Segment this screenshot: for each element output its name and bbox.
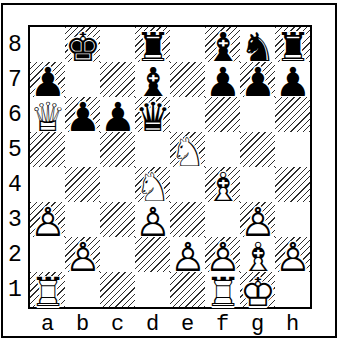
square-h8[interactable]: ♜♜ — [275, 27, 310, 62]
square-h6[interactable] — [275, 97, 310, 132]
piece-glyph: ♙ — [205, 237, 241, 277]
square-a8[interactable] — [30, 27, 65, 62]
piece-halo: ♚ — [240, 272, 276, 312]
square-g4[interactable] — [240, 167, 275, 202]
white-pawn-d3[interactable]: ♟♙ — [135, 202, 170, 237]
white-bishop-f4[interactable]: ♝♗ — [205, 167, 240, 202]
piece-halo: ♟ — [135, 202, 171, 242]
piece-halo: ♛ — [135, 97, 171, 137]
piece-halo: ♝ — [205, 167, 241, 207]
square-c7[interactable] — [100, 62, 135, 97]
square-a5[interactable] — [30, 132, 65, 167]
black-king-b8[interactable]: ♚♚ — [65, 27, 100, 62]
piece-glyph: ♙ — [170, 237, 206, 277]
piece-halo: ♟ — [205, 237, 241, 277]
chess-board: ♚♚♜♜♝♝♞♞♜♜♟♟♝♝♟♟♟♟♟♟♛♕♟♟♟♟♛♛♞♘♞♘♝♗♟♙♟♙♟♙… — [28, 25, 312, 309]
square-f7[interactable]: ♟♟ — [205, 62, 240, 97]
piece-glyph: ♝ — [135, 62, 171, 102]
square-e4[interactable] — [170, 167, 205, 202]
square-g3[interactable]: ♟♙ — [240, 202, 275, 237]
rank-label-2: 2 — [3, 237, 27, 272]
square-f3[interactable] — [205, 202, 240, 237]
black-rook-d8[interactable]: ♜♜ — [135, 27, 170, 62]
piece-halo: ♜ — [205, 272, 241, 312]
square-f8[interactable]: ♝♝ — [205, 27, 240, 62]
file-label-e: e — [170, 311, 205, 337]
piece-glyph: ♟ — [275, 62, 311, 102]
piece-halo: ♟ — [275, 237, 311, 277]
piece-halo: ♟ — [170, 237, 206, 277]
piece-glyph: ♙ — [30, 202, 66, 242]
piece-glyph: ♙ — [65, 237, 101, 277]
piece-glyph: ♜ — [275, 27, 311, 67]
square-e1[interactable] — [170, 272, 205, 307]
square-a3[interactable]: ♟♙ — [30, 202, 65, 237]
square-c2[interactable] — [100, 237, 135, 272]
square-d5[interactable] — [135, 132, 170, 167]
file-label-g: g — [240, 311, 275, 337]
square-b3[interactable] — [65, 202, 100, 237]
square-a1[interactable]: ♜♖ — [30, 272, 65, 307]
square-b5[interactable] — [65, 132, 100, 167]
piece-glyph: ♘ — [170, 132, 206, 172]
square-g8[interactable]: ♞♞ — [240, 27, 275, 62]
white-king-g1[interactable]: ♚♔ — [240, 272, 275, 307]
square-g2[interactable]: ♝♗ — [240, 237, 275, 272]
square-b4[interactable] — [65, 167, 100, 202]
square-h1[interactable] — [275, 272, 310, 307]
white-pawn-e2[interactable]: ♟♙ — [170, 237, 205, 272]
piece-halo: ♞ — [170, 132, 206, 172]
piece-glyph: ♖ — [205, 272, 241, 312]
piece-halo: ♞ — [135, 167, 171, 207]
square-c4[interactable] — [100, 167, 135, 202]
white-pawn-f2[interactable]: ♟♙ — [205, 237, 240, 272]
piece-glyph: ♙ — [240, 202, 276, 242]
piece-halo: ♟ — [100, 97, 136, 137]
rank-label-6: 6 — [3, 97, 27, 132]
white-rook-a1[interactable]: ♜♖ — [30, 272, 65, 307]
piece-glyph: ♝ — [205, 27, 241, 67]
piece-halo: ♜ — [275, 27, 311, 67]
square-b8[interactable]: ♚♚ — [65, 27, 100, 62]
square-e3[interactable] — [170, 202, 205, 237]
piece-halo: ♟ — [30, 202, 66, 242]
white-queen-a6[interactable]: ♛♕ — [30, 97, 65, 132]
black-queen-d6[interactable]: ♛♛ — [135, 97, 170, 132]
square-b7[interactable] — [65, 62, 100, 97]
square-g7[interactable]: ♟♟ — [240, 62, 275, 97]
piece-glyph: ♟ — [240, 62, 276, 102]
white-knight-e5[interactable]: ♞♘ — [170, 132, 205, 167]
square-f2[interactable]: ♟♙ — [205, 237, 240, 272]
square-d2[interactable] — [135, 237, 170, 272]
piece-halo: ♟ — [65, 97, 101, 137]
black-knight-g8[interactable]: ♞♞ — [240, 27, 275, 62]
black-pawn-b6[interactable]: ♟♟ — [65, 97, 100, 132]
piece-glyph: ♟ — [30, 62, 66, 102]
file-label-c: c — [100, 311, 135, 337]
rank-label-7: 7 — [3, 62, 27, 97]
rank-label-3: 3 — [3, 202, 27, 237]
black-bishop-d7[interactable]: ♝♝ — [135, 62, 170, 97]
square-b6[interactable]: ♟♟ — [65, 97, 100, 132]
piece-halo: ♜ — [30, 272, 66, 312]
white-pawn-h2[interactable]: ♟♙ — [275, 237, 310, 272]
piece-halo: ♟ — [65, 237, 101, 277]
piece-glyph: ♚ — [65, 27, 101, 67]
square-g1[interactable]: ♚♔ — [240, 272, 275, 307]
black-bishop-f8[interactable]: ♝♝ — [205, 27, 240, 62]
piece-halo: ♟ — [240, 62, 276, 102]
piece-glyph: ♟ — [100, 97, 136, 137]
square-h5[interactable] — [275, 132, 310, 167]
white-bishop-g2[interactable]: ♝♗ — [240, 237, 275, 272]
square-h4[interactable] — [275, 167, 310, 202]
square-e8[interactable] — [170, 27, 205, 62]
white-pawn-a3[interactable]: ♟♙ — [30, 202, 65, 237]
square-e6[interactable] — [170, 97, 205, 132]
piece-glyph: ♗ — [240, 237, 276, 277]
piece-glyph: ♜ — [135, 27, 171, 67]
rank-label-8: 8 — [3, 27, 27, 62]
square-a2[interactable] — [30, 237, 65, 272]
piece-halo: ♟ — [205, 62, 241, 102]
black-pawn-c6[interactable]: ♟♟ — [100, 97, 135, 132]
white-rook-f1[interactable]: ♜♖ — [205, 272, 240, 307]
file-labels: abcdefgh — [30, 311, 310, 337]
square-a7[interactable]: ♟♟ — [30, 62, 65, 97]
square-f5[interactable] — [205, 132, 240, 167]
piece-halo: ♜ — [135, 27, 171, 67]
square-e5[interactable]: ♞♘ — [170, 132, 205, 167]
square-f6[interactable] — [205, 97, 240, 132]
square-f1[interactable]: ♜♖ — [205, 272, 240, 307]
square-d6[interactable]: ♛♛ — [135, 97, 170, 132]
black-rook-h8[interactable]: ♜♜ — [275, 27, 310, 62]
piece-halo: ♝ — [205, 27, 241, 67]
file-label-d: d — [135, 311, 170, 337]
square-d4[interactable]: ♞♘ — [135, 167, 170, 202]
piece-glyph: ♗ — [205, 167, 241, 207]
file-label-f: f — [205, 311, 240, 337]
white-pawn-g3[interactable]: ♟♙ — [240, 202, 275, 237]
black-pawn-h7[interactable]: ♟♟ — [275, 62, 310, 97]
square-b1[interactable] — [65, 272, 100, 307]
piece-halo: ♝ — [135, 62, 171, 102]
piece-halo: ♝ — [240, 237, 276, 277]
piece-glyph: ♟ — [205, 62, 241, 102]
square-d1[interactable] — [135, 272, 170, 307]
white-knight-d4[interactable]: ♞♘ — [135, 167, 170, 202]
white-pawn-b2[interactable]: ♟♙ — [65, 237, 100, 272]
piece-halo: ♟ — [275, 62, 311, 102]
piece-halo: ♟ — [240, 202, 276, 242]
piece-glyph: ♙ — [135, 202, 171, 242]
square-h7[interactable]: ♟♟ — [275, 62, 310, 97]
square-e7[interactable] — [170, 62, 205, 97]
piece-glyph: ♟ — [65, 97, 101, 137]
square-f4[interactable]: ♝♗ — [205, 167, 240, 202]
rank-label-1: 1 — [3, 272, 27, 307]
square-a6[interactable]: ♛♕ — [30, 97, 65, 132]
square-a4[interactable] — [30, 167, 65, 202]
square-h3[interactable] — [275, 202, 310, 237]
square-d3[interactable]: ♟♙ — [135, 202, 170, 237]
square-g6[interactable] — [240, 97, 275, 132]
piece-glyph: ♙ — [275, 237, 311, 277]
square-d7[interactable]: ♝♝ — [135, 62, 170, 97]
piece-glyph: ♖ — [30, 272, 66, 312]
square-c5[interactable] — [100, 132, 135, 167]
piece-halo: ♞ — [240, 27, 276, 67]
black-pawn-g7[interactable]: ♟♟ — [240, 62, 275, 97]
square-e2[interactable]: ♟♙ — [170, 237, 205, 272]
piece-glyph: ♕ — [30, 97, 66, 137]
square-c1[interactable] — [100, 272, 135, 307]
rank-labels: 87654321 — [3, 27, 27, 307]
piece-halo: ♚ — [65, 27, 101, 67]
piece-halo: ♟ — [30, 62, 66, 102]
piece-glyph: ♛ — [135, 97, 171, 137]
square-c8[interactable] — [100, 27, 135, 62]
file-label-a: a — [30, 311, 65, 337]
square-h2[interactable]: ♟♙ — [275, 237, 310, 272]
rank-label-4: 4 — [3, 167, 27, 202]
file-label-h: h — [275, 311, 310, 337]
square-b2[interactable]: ♟♙ — [65, 237, 100, 272]
square-c6[interactable]: ♟♟ — [100, 97, 135, 132]
piece-glyph: ♞ — [240, 27, 276, 67]
square-g5[interactable] — [240, 132, 275, 167]
square-d8[interactable]: ♜♜ — [135, 27, 170, 62]
file-label-b: b — [65, 311, 100, 337]
black-pawn-f7[interactable]: ♟♟ — [205, 62, 240, 97]
piece-glyph: ♔ — [240, 272, 276, 312]
piece-halo: ♛ — [30, 97, 66, 137]
rank-label-5: 5 — [3, 132, 27, 167]
square-c3[interactable] — [100, 202, 135, 237]
piece-glyph: ♘ — [135, 167, 171, 207]
black-pawn-a7[interactable]: ♟♟ — [30, 62, 65, 97]
